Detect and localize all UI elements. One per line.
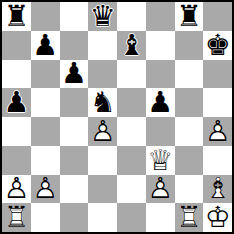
piece-black-pawn[interactable]: ♟ (2, 88, 31, 117)
square-f6[interactable] (146, 60, 175, 89)
white-queen-outline-icon: ♕ (146, 146, 175, 175)
square-h3[interactable] (203, 146, 232, 175)
black-pawn-icon: ♟ (146, 88, 175, 117)
square-c6[interactable]: ♟ (60, 60, 89, 89)
square-b2[interactable]: ♟♙ (31, 175, 60, 204)
square-g5[interactable] (175, 88, 204, 117)
black-queen-icon: ♛ (88, 2, 117, 31)
square-g7[interactable] (175, 31, 204, 60)
square-b6[interactable] (31, 60, 60, 89)
square-d6[interactable] (88, 60, 117, 89)
square-d4[interactable]: ♟♙ (88, 117, 117, 146)
piece-black-rook[interactable]: ♜ (2, 2, 31, 31)
square-b7[interactable]: ♟ (31, 31, 60, 60)
piece-black-rook[interactable]: ♜ (175, 2, 204, 31)
piece-black-king[interactable]: ♚ (203, 31, 232, 60)
square-d3[interactable] (88, 146, 117, 175)
square-g1[interactable]: ♜♖ (175, 203, 204, 232)
square-b1[interactable] (31, 203, 60, 232)
piece-black-knight[interactable]: ♞ (88, 88, 117, 117)
square-c1[interactable] (60, 203, 89, 232)
square-g3[interactable] (175, 146, 204, 175)
white-king-outline-icon: ♔ (203, 203, 232, 232)
square-a3[interactable] (2, 146, 31, 175)
square-c3[interactable] (60, 146, 89, 175)
black-pawn-icon: ♟ (60, 60, 89, 89)
white-bishop-outline-icon: ♗ (203, 175, 232, 204)
piece-white-pawn[interactable]: ♟♙ (31, 175, 60, 204)
square-f5[interactable]: ♟ (146, 88, 175, 117)
piece-white-pawn[interactable]: ♟♙ (203, 117, 232, 146)
square-d5[interactable]: ♞ (88, 88, 117, 117)
black-rook-icon: ♜ (2, 2, 31, 31)
white-rook-outline-icon: ♖ (175, 203, 204, 232)
piece-black-pawn[interactable]: ♟ (31, 31, 60, 60)
square-a4[interactable] (2, 117, 31, 146)
square-e4[interactable] (117, 117, 146, 146)
square-h8[interactable] (203, 2, 232, 31)
piece-white-pawn[interactable]: ♟♙ (2, 175, 31, 204)
square-g2[interactable] (175, 175, 204, 204)
piece-white-pawn[interactable]: ♟♙ (146, 175, 175, 204)
white-pawn-outline-icon: ♙ (31, 175, 60, 204)
square-a1[interactable]: ♜♖ (2, 203, 31, 232)
square-c7[interactable] (60, 31, 89, 60)
square-c2[interactable] (60, 175, 89, 204)
square-b4[interactable] (31, 117, 60, 146)
black-pawn-icon: ♟ (31, 31, 60, 60)
square-d7[interactable] (88, 31, 117, 60)
square-c8[interactable] (60, 2, 89, 31)
square-h4[interactable]: ♟♙ (203, 117, 232, 146)
square-d1[interactable] (88, 203, 117, 232)
piece-white-king[interactable]: ♚♔ (203, 203, 232, 232)
piece-white-rook[interactable]: ♜♖ (175, 203, 204, 232)
square-d2[interactable] (88, 175, 117, 204)
piece-black-queen[interactable]: ♛ (88, 2, 117, 31)
square-c5[interactable] (60, 88, 89, 117)
square-a8[interactable]: ♜ (2, 2, 31, 31)
piece-black-pawn[interactable]: ♟ (60, 60, 89, 89)
white-pawn-outline-icon: ♙ (146, 175, 175, 204)
square-g8[interactable]: ♜ (175, 2, 204, 31)
black-rook-icon: ♜ (175, 2, 204, 31)
square-g6[interactable] (175, 60, 204, 89)
square-f4[interactable] (146, 117, 175, 146)
square-h5[interactable] (203, 88, 232, 117)
white-pawn-outline-icon: ♙ (2, 175, 31, 204)
square-h1[interactable]: ♚♔ (203, 203, 232, 232)
square-g4[interactable] (175, 117, 204, 146)
square-a6[interactable] (2, 60, 31, 89)
square-f1[interactable] (146, 203, 175, 232)
square-f2[interactable]: ♟♙ (146, 175, 175, 204)
square-h2[interactable]: ♝♗ (203, 175, 232, 204)
square-h7[interactable]: ♚ (203, 31, 232, 60)
square-b3[interactable] (31, 146, 60, 175)
square-b5[interactable] (31, 88, 60, 117)
square-b8[interactable] (31, 2, 60, 31)
piece-white-rook[interactable]: ♜♖ (2, 203, 31, 232)
black-bishop-icon: ♝ (117, 31, 146, 60)
white-pawn-outline-icon: ♙ (88, 117, 117, 146)
square-e6[interactable] (117, 60, 146, 89)
square-a7[interactable] (2, 31, 31, 60)
square-d8[interactable]: ♛ (88, 2, 117, 31)
square-f7[interactable] (146, 31, 175, 60)
square-e8[interactable] (117, 2, 146, 31)
square-e2[interactable] (117, 175, 146, 204)
white-pawn-outline-icon: ♙ (203, 117, 232, 146)
square-c4[interactable] (60, 117, 89, 146)
square-h6[interactable] (203, 60, 232, 89)
black-pawn-icon: ♟ (2, 88, 31, 117)
black-knight-icon: ♞ (88, 88, 117, 117)
square-a5[interactable]: ♟ (2, 88, 31, 117)
piece-white-pawn[interactable]: ♟♙ (88, 117, 117, 146)
square-e7[interactable]: ♝ (117, 31, 146, 60)
square-f8[interactable] (146, 2, 175, 31)
black-king-icon: ♚ (203, 31, 232, 60)
chess-board: ♜♛♜♟♝♚♟♟♞♟♟♙♟♙♛♕♟♙♟♙♟♙♝♗♜♖♜♖♚♔ (0, 0, 234, 234)
piece-black-pawn[interactable]: ♟ (146, 88, 175, 117)
piece-white-bishop[interactable]: ♝♗ (203, 175, 232, 204)
square-e5[interactable] (117, 88, 146, 117)
square-f3[interactable]: ♛♕ (146, 146, 175, 175)
white-rook-outline-icon: ♖ (2, 203, 31, 232)
piece-white-queen[interactable]: ♛♕ (146, 146, 175, 175)
square-e1[interactable] (117, 203, 146, 232)
square-a2[interactable]: ♟♙ (2, 175, 31, 204)
piece-black-bishop[interactable]: ♝ (117, 31, 146, 60)
square-e3[interactable] (117, 146, 146, 175)
